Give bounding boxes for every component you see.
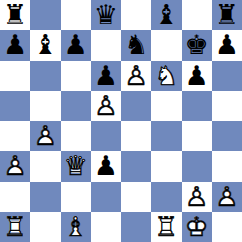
square-f5[interactable]	[151, 91, 181, 121]
piece-glyph: ♝	[33, 31, 57, 58]
white-rook-a1[interactable]: ♜♖	[0, 212, 30, 242]
square-a5[interactable]	[0, 91, 30, 121]
black-queen-d8[interactable]: ♛	[91, 0, 121, 30]
square-d8[interactable]: ♛	[91, 0, 121, 30]
square-a1[interactable]: ♜♖	[0, 212, 30, 242]
black-rook-a8[interactable]: ♜	[0, 0, 30, 30]
square-a6[interactable]	[0, 61, 30, 91]
square-a4[interactable]	[0, 121, 30, 151]
white-bishop-c1[interactable]: ♝♗	[61, 212, 91, 242]
piece-glyph: ♞	[124, 31, 148, 58]
square-d1[interactable]	[91, 212, 121, 242]
black-bishop-b7[interactable]: ♝	[30, 30, 60, 60]
piece-glyph: ♚	[185, 213, 209, 240]
square-h6[interactable]	[212, 61, 242, 91]
square-f1[interactable]: ♜♖	[151, 212, 181, 242]
white-pawn-g2[interactable]: ♟♙	[182, 182, 212, 212]
black-pawn-a7[interactable]: ♟	[0, 30, 30, 60]
square-d3[interactable]: ♟	[91, 151, 121, 181]
piece-outline-glyph: ♙	[94, 92, 118, 119]
black-pawn-d6[interactable]: ♟	[91, 61, 121, 91]
square-g2[interactable]: ♟♙	[182, 182, 212, 212]
square-c6[interactable]	[61, 61, 91, 91]
piece-glyph: ♛	[64, 152, 88, 179]
square-d4[interactable]	[91, 121, 121, 151]
square-h7[interactable]: ♟	[212, 30, 242, 60]
chess-board: ♜♛♝♜♟♝♟♞♚♟♟♟♙♞♘♟♟♙♟♙♟♙♛♕♟♟♙♟♙♜♖♝♗♜♖♚♔	[0, 0, 242, 242]
square-f7[interactable]	[151, 30, 181, 60]
square-d7[interactable]	[91, 30, 121, 60]
piece-outline-glyph: ♔	[185, 213, 209, 240]
black-knight-e7[interactable]: ♞	[121, 30, 151, 60]
square-d2[interactable]	[91, 182, 121, 212]
square-b6[interactable]	[30, 61, 60, 91]
piece-outline-glyph: ♗	[64, 213, 88, 240]
square-e6[interactable]: ♟♙	[121, 61, 151, 91]
black-pawn-g6[interactable]: ♟	[182, 61, 212, 91]
square-g5[interactable]	[182, 91, 212, 121]
square-f3[interactable]	[151, 151, 181, 181]
square-b1[interactable]	[30, 212, 60, 242]
piece-glyph: ♟	[215, 182, 239, 209]
piece-glyph: ♟	[3, 152, 27, 179]
white-knight-f6[interactable]: ♞♘	[151, 61, 181, 91]
piece-glyph: ♟	[124, 61, 148, 88]
black-rook-h8[interactable]: ♜	[212, 0, 242, 30]
square-f4[interactable]	[151, 121, 181, 151]
square-g6[interactable]: ♟	[182, 61, 212, 91]
square-g3[interactable]	[182, 151, 212, 181]
piece-outline-glyph: ♕	[64, 152, 88, 179]
piece-glyph: ♜	[154, 213, 178, 240]
piece-glyph: ♜	[3, 213, 27, 240]
piece-outline-glyph: ♘	[154, 61, 178, 88]
piece-glyph: ♜	[215, 1, 239, 28]
square-b7[interactable]: ♝	[30, 30, 60, 60]
piece-glyph: ♝	[64, 213, 88, 240]
piece-glyph: ♝	[154, 1, 178, 28]
square-e2[interactable]	[121, 182, 151, 212]
square-f6[interactable]: ♞♘	[151, 61, 181, 91]
white-king-g1[interactable]: ♚♔	[182, 212, 212, 242]
piece-glyph: ♛	[94, 1, 118, 28]
square-c2[interactable]	[61, 182, 91, 212]
white-rook-f1[interactable]: ♜♖	[151, 212, 181, 242]
square-h4[interactable]	[212, 121, 242, 151]
piece-outline-glyph: ♙	[33, 122, 57, 149]
square-b5[interactable]	[30, 91, 60, 121]
square-f8[interactable]: ♝	[151, 0, 181, 30]
black-pawn-d3[interactable]: ♟	[91, 151, 121, 181]
white-queen-c3[interactable]: ♛♕	[61, 151, 91, 181]
piece-outline-glyph: ♙	[3, 152, 27, 179]
piece-glyph: ♟	[185, 182, 209, 209]
piece-outline-glyph: ♖	[3, 213, 27, 240]
square-f2[interactable]	[151, 182, 181, 212]
piece-glyph: ♟	[33, 122, 57, 149]
square-c4[interactable]	[61, 121, 91, 151]
square-e7[interactable]: ♞	[121, 30, 151, 60]
square-h3[interactable]	[212, 151, 242, 181]
piece-outline-glyph: ♖	[154, 213, 178, 240]
piece-outline-glyph: ♙	[124, 61, 148, 88]
square-e8[interactable]	[121, 0, 151, 30]
piece-glyph: ♞	[154, 61, 178, 88]
square-c8[interactable]	[61, 0, 91, 30]
black-pawn-h7[interactable]: ♟	[212, 30, 242, 60]
square-h1[interactable]	[212, 212, 242, 242]
square-a8[interactable]: ♜	[0, 0, 30, 30]
square-a3[interactable]: ♟♙	[0, 151, 30, 181]
square-a7[interactable]: ♟	[0, 30, 30, 60]
piece-outline-glyph: ♙	[185, 182, 209, 209]
square-h2[interactable]: ♟♙	[212, 182, 242, 212]
square-e4[interactable]	[121, 121, 151, 151]
square-d6[interactable]: ♟	[91, 61, 121, 91]
square-e3[interactable]	[121, 151, 151, 181]
square-g8[interactable]	[182, 0, 212, 30]
square-g7[interactable]: ♚	[182, 30, 212, 60]
square-c7[interactable]: ♟	[61, 30, 91, 60]
black-king-g7[interactable]: ♚	[182, 30, 212, 60]
piece-glyph: ♜	[3, 1, 27, 28]
square-h8[interactable]: ♜	[212, 0, 242, 30]
white-pawn-d5[interactable]: ♟♙	[91, 91, 121, 121]
black-bishop-f8[interactable]: ♝	[151, 0, 181, 30]
square-a2[interactable]	[0, 182, 30, 212]
black-pawn-c7[interactable]: ♟	[61, 30, 91, 60]
white-pawn-a3[interactable]: ♟♙	[0, 151, 30, 181]
square-g1[interactable]: ♚♔	[182, 212, 212, 242]
white-pawn-b4[interactable]: ♟♙	[30, 121, 60, 151]
square-c3[interactable]: ♛♕	[61, 151, 91, 181]
square-c1[interactable]: ♝♗	[61, 212, 91, 242]
square-b3[interactable]	[30, 151, 60, 181]
piece-glyph: ♟	[94, 152, 118, 179]
square-b4[interactable]: ♟♙	[30, 121, 60, 151]
square-e1[interactable]	[121, 212, 151, 242]
white-pawn-e6[interactable]: ♟♙	[121, 61, 151, 91]
square-e5[interactable]	[121, 91, 151, 121]
piece-outline-glyph: ♙	[215, 182, 239, 209]
square-b8[interactable]	[30, 0, 60, 30]
piece-glyph: ♟	[215, 31, 239, 58]
square-b2[interactable]	[30, 182, 60, 212]
piece-glyph: ♟	[94, 92, 118, 119]
square-d5[interactable]: ♟♙	[91, 91, 121, 121]
square-h5[interactable]	[212, 91, 242, 121]
piece-glyph: ♟	[64, 31, 88, 58]
square-g4[interactable]	[182, 121, 212, 151]
piece-glyph: ♟	[185, 61, 209, 88]
piece-glyph: ♟	[3, 31, 27, 58]
piece-glyph: ♚	[185, 31, 209, 58]
piece-glyph: ♟	[94, 61, 118, 88]
white-pawn-h2[interactable]: ♟♙	[212, 182, 242, 212]
square-c5[interactable]	[61, 91, 91, 121]
